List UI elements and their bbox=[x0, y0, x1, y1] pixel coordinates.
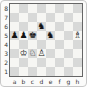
square-d2[interactable] bbox=[37, 58, 46, 67]
square-h5[interactable]: ♗ bbox=[73, 31, 82, 40]
piece-white-pawn: ♙ bbox=[37, 49, 46, 58]
piece-white-knight: ♘ bbox=[28, 49, 37, 58]
square-h4[interactable] bbox=[73, 40, 82, 49]
rank-label-5: 5 bbox=[2, 31, 9, 40]
file-label-g: g bbox=[64, 77, 73, 86]
square-g6[interactable] bbox=[64, 22, 73, 31]
piece-black-pawn: ♟ bbox=[19, 31, 28, 40]
square-d8[interactable] bbox=[37, 4, 46, 13]
square-f7[interactable] bbox=[55, 13, 64, 22]
rank-labels: 87654321 bbox=[2, 3, 9, 77]
rank-label-6: 6 bbox=[2, 22, 9, 31]
square-f2[interactable] bbox=[55, 58, 64, 67]
square-h8[interactable] bbox=[73, 4, 82, 13]
file-label-e: e bbox=[46, 77, 55, 86]
piece-black-pawn: ♟ bbox=[10, 31, 19, 40]
chess-diagram-thumbnail: 87654321 ♞♟♟♚♞♗♔♘♙ abcdefgh bbox=[0, 0, 87, 87]
piece-black-king: ♚ bbox=[28, 31, 37, 40]
chess-diagram: 87654321 ♞♟♟♚♞♗♔♘♙ abcdefgh bbox=[1, 1, 86, 86]
square-a3[interactable] bbox=[10, 49, 19, 58]
square-d7[interactable] bbox=[37, 13, 46, 22]
file-label-a: a bbox=[10, 77, 19, 86]
square-c8[interactable] bbox=[28, 4, 37, 13]
rank-label-8: 8 bbox=[2, 4, 9, 13]
square-g2[interactable] bbox=[64, 58, 73, 67]
square-h3[interactable] bbox=[73, 49, 82, 58]
square-c6[interactable] bbox=[28, 22, 37, 31]
square-e5[interactable]: ♞ bbox=[46, 31, 55, 40]
square-c5[interactable]: ♚ bbox=[28, 31, 37, 40]
file-label-h: h bbox=[73, 77, 82, 86]
square-b1[interactable] bbox=[19, 67, 28, 76]
square-b7[interactable] bbox=[19, 13, 28, 22]
square-c4[interactable] bbox=[28, 40, 37, 49]
file-label-f: f bbox=[55, 77, 64, 86]
file-label-d: d bbox=[37, 77, 46, 86]
square-e6[interactable] bbox=[46, 22, 55, 31]
piece-black-knight: ♞ bbox=[37, 22, 46, 31]
square-h2[interactable] bbox=[73, 58, 82, 67]
square-b3[interactable]: ♔ bbox=[19, 49, 28, 58]
square-b5[interactable]: ♟ bbox=[19, 31, 28, 40]
square-e8[interactable] bbox=[46, 4, 55, 13]
square-a2[interactable] bbox=[10, 58, 19, 67]
board: ♞♟♟♚♞♗♔♘♙ bbox=[9, 3, 83, 77]
square-g1[interactable] bbox=[64, 67, 73, 76]
square-g5[interactable] bbox=[64, 31, 73, 40]
square-f8[interactable] bbox=[55, 4, 64, 13]
square-a1[interactable] bbox=[10, 67, 19, 76]
square-e3[interactable] bbox=[46, 49, 55, 58]
square-d3[interactable]: ♙ bbox=[37, 49, 46, 58]
rank-label-4: 4 bbox=[2, 40, 9, 49]
square-h6[interactable] bbox=[73, 22, 82, 31]
square-h1[interactable] bbox=[73, 67, 82, 76]
square-d6[interactable]: ♞ bbox=[37, 22, 46, 31]
square-e1[interactable] bbox=[46, 67, 55, 76]
square-f5[interactable] bbox=[55, 31, 64, 40]
square-b8[interactable] bbox=[19, 4, 28, 13]
square-f1[interactable] bbox=[55, 67, 64, 76]
square-g3[interactable] bbox=[64, 49, 73, 58]
square-h7[interactable] bbox=[73, 13, 82, 22]
rank-label-3: 3 bbox=[2, 49, 9, 58]
square-g7[interactable] bbox=[64, 13, 73, 22]
square-e4[interactable] bbox=[46, 40, 55, 49]
square-c1[interactable] bbox=[28, 67, 37, 76]
rank-label-7: 7 bbox=[2, 13, 9, 22]
square-g4[interactable] bbox=[64, 40, 73, 49]
square-g8[interactable] bbox=[64, 4, 73, 13]
square-b6[interactable] bbox=[19, 22, 28, 31]
square-b2[interactable] bbox=[19, 58, 28, 67]
square-f6[interactable] bbox=[55, 22, 64, 31]
square-f4[interactable] bbox=[55, 40, 64, 49]
square-f3[interactable] bbox=[55, 49, 64, 58]
file-labels: abcdefgh bbox=[9, 77, 83, 86]
square-a8[interactable] bbox=[10, 4, 19, 13]
file-label-b: b bbox=[19, 77, 28, 86]
square-d1[interactable] bbox=[37, 67, 46, 76]
square-d4[interactable] bbox=[37, 40, 46, 49]
square-c2[interactable] bbox=[28, 58, 37, 67]
square-d5[interactable] bbox=[37, 31, 46, 40]
square-b4[interactable] bbox=[19, 40, 28, 49]
square-c3[interactable]: ♘ bbox=[28, 49, 37, 58]
piece-white-bishop: ♗ bbox=[73, 31, 82, 40]
square-a7[interactable] bbox=[10, 13, 19, 22]
piece-black-knight: ♞ bbox=[46, 31, 55, 40]
square-c7[interactable] bbox=[28, 13, 37, 22]
square-a4[interactable] bbox=[10, 40, 19, 49]
rank-label-1: 1 bbox=[2, 67, 9, 76]
square-a6[interactable] bbox=[10, 22, 19, 31]
square-e2[interactable] bbox=[46, 58, 55, 67]
piece-white-king: ♔ bbox=[19, 49, 28, 58]
rank-label-2: 2 bbox=[2, 58, 9, 67]
square-a5[interactable]: ♟ bbox=[10, 31, 19, 40]
file-label-c: c bbox=[28, 77, 37, 86]
square-e7[interactable] bbox=[46, 13, 55, 22]
